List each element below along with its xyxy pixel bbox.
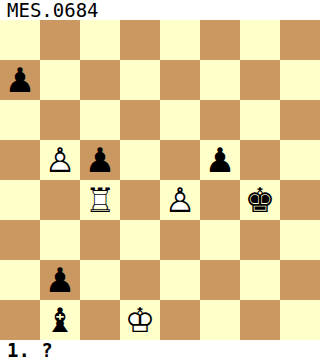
square-e2[interactable] [160, 260, 200, 300]
square-g3[interactable] [240, 220, 280, 260]
square-d6[interactable] [120, 100, 160, 140]
square-b7[interactable] [40, 60, 80, 100]
square-d1[interactable]: ♚♔ [120, 300, 160, 340]
square-e5[interactable] [160, 140, 200, 180]
square-c3[interactable] [80, 220, 120, 260]
square-d5[interactable] [120, 140, 160, 180]
black-pawn: ♟ [0, 60, 40, 100]
square-d3[interactable] [120, 220, 160, 260]
square-g1[interactable] [240, 300, 280, 340]
white-pawn-glyph: ♙ [40, 140, 80, 180]
square-d4[interactable] [120, 180, 160, 220]
square-a5[interactable] [0, 140, 40, 180]
black-pawn-glyph: ♟ [40, 260, 80, 300]
square-e7[interactable] [160, 60, 200, 100]
white-rook: ♜♖ [80, 180, 120, 220]
square-e4[interactable]: ♟♙ [160, 180, 200, 220]
square-a2[interactable] [0, 260, 40, 300]
square-a8[interactable] [0, 20, 40, 60]
square-h2[interactable] [280, 260, 320, 300]
square-g5[interactable] [240, 140, 280, 180]
square-d8[interactable] [120, 20, 160, 60]
square-f3[interactable] [200, 220, 240, 260]
square-f5[interactable]: ♟ [200, 140, 240, 180]
square-a4[interactable] [0, 180, 40, 220]
square-c2[interactable] [80, 260, 120, 300]
square-g7[interactable] [240, 60, 280, 100]
square-e8[interactable] [160, 20, 200, 60]
square-b5[interactable]: ♟♙ [40, 140, 80, 180]
white-pawn: ♟♙ [160, 180, 200, 220]
black-pawn: ♟ [200, 140, 240, 180]
square-a1[interactable] [0, 300, 40, 340]
square-h5[interactable] [280, 140, 320, 180]
square-f6[interactable] [200, 100, 240, 140]
square-a3[interactable] [0, 220, 40, 260]
square-f8[interactable] [200, 20, 240, 60]
square-h6[interactable] [280, 100, 320, 140]
square-c4[interactable]: ♜♖ [80, 180, 120, 220]
chess-board: ♟♟♙♟♟♜♖♟♙♚♟♝♚♔ [0, 20, 320, 340]
square-f1[interactable] [200, 300, 240, 340]
square-f4[interactable] [200, 180, 240, 220]
square-e1[interactable] [160, 300, 200, 340]
square-h7[interactable] [280, 60, 320, 100]
black-pawn: ♟ [80, 140, 120, 180]
square-b4[interactable] [40, 180, 80, 220]
black-pawn: ♟ [40, 260, 80, 300]
square-g8[interactable] [240, 20, 280, 60]
square-b1[interactable]: ♝ [40, 300, 80, 340]
black-pawn-glyph: ♟ [80, 140, 120, 180]
square-b8[interactable] [40, 20, 80, 60]
diagram-title: MES.0684 [0, 0, 320, 20]
black-bishop: ♝ [40, 300, 80, 340]
square-g6[interactable] [240, 100, 280, 140]
square-d2[interactable] [120, 260, 160, 300]
square-c1[interactable] [80, 300, 120, 340]
square-h4[interactable] [280, 180, 320, 220]
square-h8[interactable] [280, 20, 320, 60]
black-pawn-glyph: ♟ [0, 60, 40, 100]
square-f7[interactable] [200, 60, 240, 100]
square-g2[interactable] [240, 260, 280, 300]
square-h1[interactable] [280, 300, 320, 340]
black-bishop-glyph: ♝ [40, 300, 80, 340]
square-b6[interactable] [40, 100, 80, 140]
white-king-glyph: ♔ [120, 300, 160, 340]
square-a7[interactable]: ♟ [0, 60, 40, 100]
white-king: ♚♔ [120, 300, 160, 340]
square-c7[interactable] [80, 60, 120, 100]
square-g4[interactable]: ♚ [240, 180, 280, 220]
square-f2[interactable] [200, 260, 240, 300]
square-c5[interactable]: ♟ [80, 140, 120, 180]
white-pawn: ♟♙ [40, 140, 80, 180]
white-rook-glyph: ♖ [80, 180, 120, 220]
move-prompt: 1. ? [0, 340, 320, 360]
white-pawn-glyph: ♙ [160, 180, 200, 220]
black-king: ♚ [240, 180, 280, 220]
square-b2[interactable]: ♟ [40, 260, 80, 300]
square-c8[interactable] [80, 20, 120, 60]
black-king-glyph: ♚ [240, 180, 280, 220]
square-e3[interactable] [160, 220, 200, 260]
square-a6[interactable] [0, 100, 40, 140]
black-pawn-glyph: ♟ [200, 140, 240, 180]
square-e6[interactable] [160, 100, 200, 140]
square-c6[interactable] [80, 100, 120, 140]
square-h3[interactable] [280, 220, 320, 260]
square-b3[interactable] [40, 220, 80, 260]
square-d7[interactable] [120, 60, 160, 100]
